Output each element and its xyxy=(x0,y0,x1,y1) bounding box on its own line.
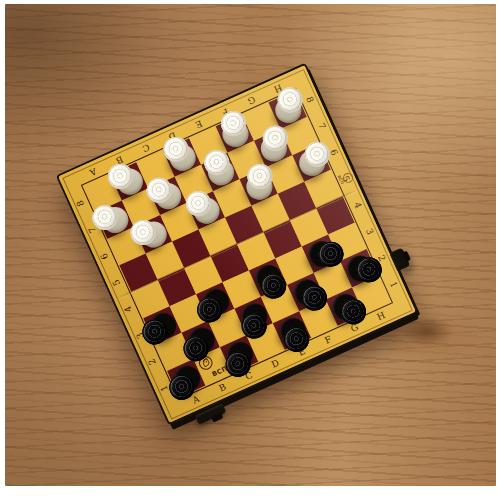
white-man-h6[interactable] xyxy=(294,145,328,179)
piece-top-face xyxy=(257,269,290,302)
black-man-a3[interactable] xyxy=(145,308,179,342)
white-man-f8[interactable] xyxy=(217,116,251,150)
white-man-d6[interactable] xyxy=(188,193,222,227)
piece-top-face xyxy=(181,187,214,220)
product-photo: ABCDEFGH ABCDEFGH 87654321 87654321 ВСП … xyxy=(0,0,500,500)
black-man-c1[interactable] xyxy=(221,337,255,371)
black-man-g3[interactable] xyxy=(303,236,337,270)
black-man-d2[interactable] xyxy=(236,298,270,332)
white-man-f6[interactable] xyxy=(241,169,275,203)
piece-top-face xyxy=(258,121,291,154)
black-man-g1[interactable] xyxy=(327,289,361,323)
white-man-b8[interactable] xyxy=(111,164,145,198)
piece-top-face xyxy=(314,237,347,270)
piece-top-face xyxy=(126,216,159,249)
white-man-b6[interactable] xyxy=(135,217,169,251)
piece-top-face xyxy=(243,160,276,193)
piece-top-face xyxy=(237,309,270,342)
black-man-e1[interactable] xyxy=(274,313,308,347)
black-man-c3[interactable] xyxy=(198,284,232,318)
piece-top-face xyxy=(298,281,331,314)
piece-top-face xyxy=(193,293,226,326)
piece-top-face xyxy=(179,332,212,365)
black-man-f2[interactable] xyxy=(289,274,323,308)
piece-top-face xyxy=(142,173,175,206)
black-man-e3[interactable] xyxy=(250,260,284,294)
white-man-d8[interactable] xyxy=(164,140,198,174)
white-man-g7[interactable] xyxy=(255,130,289,164)
black-man-b2[interactable] xyxy=(183,322,217,356)
white-man-c7[interactable] xyxy=(150,178,184,212)
white-man-e7[interactable] xyxy=(203,154,237,188)
